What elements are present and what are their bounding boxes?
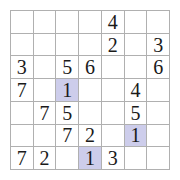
cell-r2c1[interactable]	[11, 34, 33, 56]
cell-r2c4[interactable]	[79, 34, 101, 56]
cell-r3c2[interactable]	[34, 56, 56, 78]
cell-r2c2[interactable]	[34, 34, 56, 56]
cell-r4c2[interactable]	[34, 79, 56, 101]
cell-r2c3[interactable]	[56, 34, 78, 56]
cell-r3c3[interactable]: 5	[56, 56, 78, 78]
cell-r4c7[interactable]	[147, 79, 169, 101]
cell-r1c6[interactable]	[125, 11, 147, 33]
cell-r5c4[interactable]	[79, 102, 101, 124]
cell-r5c7[interactable]	[147, 102, 169, 124]
cell-r3c1[interactable]: 3	[11, 56, 33, 78]
cell-r6c5[interactable]	[102, 125, 124, 147]
cell-r4c5[interactable]	[102, 79, 124, 101]
cell-r5c6[interactable]: 5	[125, 102, 147, 124]
cell-r6c3[interactable]: 7	[56, 125, 78, 147]
cell-r7c2[interactable]: 2	[34, 147, 56, 169]
cell-r3c7[interactable]: 6	[147, 56, 169, 78]
cell-r3c6[interactable]	[125, 56, 147, 78]
cell-r1c3[interactable]	[56, 11, 78, 33]
cell-r7c4[interactable]: 1	[79, 147, 101, 169]
cell-r4c1[interactable]: 7	[11, 79, 33, 101]
cell-r3c4[interactable]: 6	[79, 56, 101, 78]
cell-r2c6[interactable]	[125, 34, 147, 56]
cell-r1c7[interactable]	[147, 11, 169, 33]
cell-r2c5[interactable]: 2	[102, 34, 124, 56]
cell-r4c4[interactable]	[79, 79, 101, 101]
cell-r7c7[interactable]	[147, 147, 169, 169]
cell-r4c6[interactable]: 4	[125, 79, 147, 101]
cell-r6c1[interactable]	[11, 125, 33, 147]
puzzle-board: 42335667147557217213	[10, 10, 170, 170]
cell-r7c6[interactable]	[125, 147, 147, 169]
cell-r6c4[interactable]: 2	[79, 125, 101, 147]
cell-r4c3[interactable]: 1	[56, 79, 78, 101]
cell-r5c5[interactable]	[102, 102, 124, 124]
cell-r5c1[interactable]	[11, 102, 33, 124]
cell-r1c2[interactable]	[34, 11, 56, 33]
cell-r1c1[interactable]	[11, 11, 33, 33]
cell-r1c5[interactable]: 4	[102, 11, 124, 33]
cell-r1c4[interactable]	[79, 11, 101, 33]
cell-r3c5[interactable]	[102, 56, 124, 78]
cell-r7c3[interactable]	[56, 147, 78, 169]
cell-r7c1[interactable]: 7	[11, 147, 33, 169]
cell-r2c7[interactable]: 3	[147, 34, 169, 56]
cell-r6c7[interactable]	[147, 125, 169, 147]
cell-r7c5[interactable]: 3	[102, 147, 124, 169]
puzzle-page: 42335667147557217213	[0, 0, 180, 180]
cell-r6c2[interactable]	[34, 125, 56, 147]
cell-r5c3[interactable]: 5	[56, 102, 78, 124]
cell-r5c2[interactable]: 7	[34, 102, 56, 124]
cell-r6c6[interactable]: 1	[125, 125, 147, 147]
